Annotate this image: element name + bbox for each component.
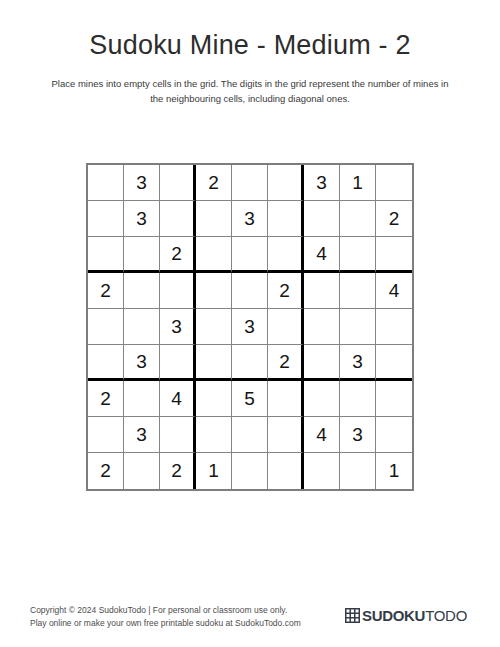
cell-r2c3[interactable] (160, 201, 196, 237)
cell-r7c8[interactable] (340, 381, 376, 417)
cell-r7c5[interactable]: 5 (232, 381, 268, 417)
cell-r2c2[interactable]: 3 (124, 201, 160, 237)
cell-r5c6[interactable] (268, 309, 304, 345)
cell-r7c2[interactable] (124, 381, 160, 417)
cell-r3c5[interactable] (232, 237, 268, 273)
cell-r8c4[interactable] (196, 417, 232, 453)
cell-r5c5[interactable]: 3 (232, 309, 268, 345)
cell-r7c9[interactable] (376, 381, 412, 417)
cell-r8c7[interactable]: 4 (304, 417, 340, 453)
cell-r5c4[interactable] (196, 309, 232, 345)
cell-r7c3[interactable]: 4 (160, 381, 196, 417)
cell-r5c3[interactable]: 3 (160, 309, 196, 345)
cell-r1c6[interactable] (268, 165, 304, 201)
cell-r6c1[interactable] (88, 345, 124, 381)
logo-text-bold: SUDOKU (362, 607, 425, 624)
cell-r2c9[interactable]: 2 (376, 201, 412, 237)
cell-r4c3[interactable] (160, 273, 196, 309)
cell-r1c1[interactable] (88, 165, 124, 201)
grid-icon (345, 608, 360, 623)
cell-r4c2[interactable] (124, 273, 160, 309)
cell-r6c4[interactable] (196, 345, 232, 381)
cell-r7c4[interactable] (196, 381, 232, 417)
cell-r3c9[interactable] (376, 237, 412, 273)
cell-r4c8[interactable] (340, 273, 376, 309)
cell-r1c9[interactable] (376, 165, 412, 201)
cell-r2c8[interactable] (340, 201, 376, 237)
cell-r2c7[interactable] (304, 201, 340, 237)
cell-r1c7[interactable]: 3 (304, 165, 340, 201)
cell-r1c8[interactable]: 1 (340, 165, 376, 201)
cell-r9c9[interactable]: 1 (376, 453, 412, 489)
cell-r5c7[interactable] (304, 309, 340, 345)
cell-r1c4[interactable]: 2 (196, 165, 232, 201)
cell-r3c2[interactable] (124, 237, 160, 273)
cell-r7c6[interactable] (268, 381, 304, 417)
cell-r3c4[interactable] (196, 237, 232, 273)
cell-r6c3[interactable] (160, 345, 196, 381)
cell-r8c1[interactable] (88, 417, 124, 453)
cell-r7c7[interactable] (304, 381, 340, 417)
cell-r4c9[interactable]: 4 (376, 273, 412, 309)
cell-r3c7[interactable]: 4 (304, 237, 340, 273)
instructions-text: Place mines into empty cells in the grid… (50, 77, 450, 106)
cell-r9c7[interactable] (304, 453, 340, 489)
cell-r9c3[interactable]: 2 (160, 453, 196, 489)
cell-r2c5[interactable]: 3 (232, 201, 268, 237)
cell-r3c1[interactable] (88, 237, 124, 273)
cell-r5c1[interactable] (88, 309, 124, 345)
sudokutodo-logo: SUDOKUTODO (345, 606, 467, 624)
cell-r3c3[interactable]: 2 (160, 237, 196, 273)
cell-r6c8[interactable]: 3 (340, 345, 376, 381)
cell-r1c2[interactable]: 3 (124, 165, 160, 201)
cell-r8c6[interactable] (268, 417, 304, 453)
cell-r8c9[interactable] (376, 417, 412, 453)
cell-r6c9[interactable] (376, 345, 412, 381)
cell-r9c2[interactable] (124, 453, 160, 489)
cell-r2c6[interactable] (268, 201, 304, 237)
cell-r9c4[interactable]: 1 (196, 453, 232, 489)
logo-text-light: TODO (425, 607, 467, 624)
cell-r9c6[interactable] (268, 453, 304, 489)
cell-r5c9[interactable] (376, 309, 412, 345)
cell-r3c8[interactable] (340, 237, 376, 273)
cell-r6c7[interactable] (304, 345, 340, 381)
footer-line-2: Play online or make your own free printa… (30, 617, 301, 630)
cell-r5c8[interactable] (340, 309, 376, 345)
cell-r4c1[interactable]: 2 (88, 273, 124, 309)
cell-r4c5[interactable] (232, 273, 268, 309)
page-title: Sudoku Mine - Medium - 2 (0, 30, 500, 61)
cell-r6c2[interactable]: 3 (124, 345, 160, 381)
cell-r4c6[interactable]: 2 (268, 273, 304, 309)
cell-r8c8[interactable]: 3 (340, 417, 376, 453)
cell-r8c2[interactable]: 3 (124, 417, 160, 453)
cell-r4c7[interactable] (304, 273, 340, 309)
cell-r5c2[interactable] (124, 309, 160, 345)
cell-r9c5[interactable] (232, 453, 268, 489)
cell-r3c6[interactable] (268, 237, 304, 273)
sudoku-grid: 323133224224333232453432211 (86, 163, 414, 491)
cell-r1c5[interactable] (232, 165, 268, 201)
cell-r4c4[interactable] (196, 273, 232, 309)
cell-r7c1[interactable]: 2 (88, 381, 124, 417)
cell-r8c3[interactable] (160, 417, 196, 453)
cell-r9c1[interactable]: 2 (88, 453, 124, 489)
cell-r9c8[interactable] (340, 453, 376, 489)
footer-copyright: Copyright © 2024 SudokuTodo | For person… (30, 604, 301, 629)
cell-r2c4[interactable] (196, 201, 232, 237)
cell-r2c1[interactable] (88, 201, 124, 237)
cell-r6c6[interactable]: 2 (268, 345, 304, 381)
cell-r1c3[interactable] (160, 165, 196, 201)
cell-r8c5[interactable] (232, 417, 268, 453)
cell-r6c5[interactable] (232, 345, 268, 381)
footer-line-1: Copyright © 2024 SudokuTodo | For person… (30, 604, 301, 617)
